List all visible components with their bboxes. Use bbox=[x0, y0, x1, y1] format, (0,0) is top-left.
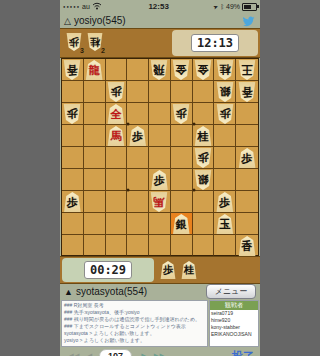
resign-button[interactable]: 投了 bbox=[232, 349, 254, 356]
gote-player-bar: △ yosiyo(545) bbox=[60, 13, 260, 28]
piece-歩-2c[interactable]: 歩 bbox=[216, 104, 234, 124]
move-number: 107 bbox=[99, 349, 132, 356]
carrier-label: au bbox=[82, 3, 90, 10]
square-8b[interactable] bbox=[84, 81, 106, 103]
hand-piece-count: 2 bbox=[101, 47, 105, 54]
gote-hand-pieces: 歩3桂2 bbox=[66, 32, 103, 51]
sente-hand-pieces: 歩桂 bbox=[160, 260, 197, 279]
comment-line: yosiyo > よろしくお願い致します。 bbox=[64, 337, 205, 344]
square-5b[interactable] bbox=[149, 81, 171, 103]
observer-panel: 観戦者 seira0719hime920kony-stabberERIKANOO… bbox=[209, 300, 259, 347]
last-move-button[interactable]: ▶▶ bbox=[154, 352, 165, 356]
observer-name: hime920 bbox=[210, 317, 258, 324]
square-1i[interactable]: 香 bbox=[236, 235, 258, 257]
square-9f[interactable] bbox=[62, 169, 84, 191]
info-row: ### R対局室 長考### 先手:syotasyota、後手:yosiyo##… bbox=[60, 299, 260, 348]
shogi-board: 香龍飛金金桂王歩銀香歩全歩歩馬歩桂歩歩歩銀歩馬歩銀玉香 bbox=[61, 58, 259, 256]
piece-歩-1e[interactable]: 歩 bbox=[238, 148, 256, 168]
gote-komadai: 歩3桂2 12:13 bbox=[60, 28, 260, 58]
square-3i[interactable] bbox=[193, 235, 215, 257]
piece-香-1b[interactable]: 香 bbox=[238, 82, 256, 102]
comment-line: syotasyota > よろしくお願い致します。 bbox=[64, 330, 205, 337]
square-8f[interactable] bbox=[84, 169, 106, 191]
square-2g[interactable]: 歩 bbox=[214, 191, 236, 213]
square-2f[interactable] bbox=[214, 169, 236, 191]
square-2i[interactable] bbox=[214, 235, 236, 257]
square-2c[interactable]: 歩 bbox=[214, 103, 236, 125]
gote-mark: △ bbox=[64, 16, 71, 26]
square-8c[interactable] bbox=[84, 103, 106, 125]
square-9g[interactable]: 歩 bbox=[62, 191, 84, 213]
hoshi-dot bbox=[193, 123, 196, 126]
square-7d[interactable]: 馬 bbox=[106, 125, 128, 147]
piece-歩-2g[interactable]: 歩 bbox=[216, 192, 234, 212]
sente-clock-panel: 00:29 bbox=[62, 258, 154, 282]
location-arrow-icon: ➤ bbox=[212, 2, 219, 10]
square-9e[interactable] bbox=[62, 147, 84, 169]
comment-line: ### 先手:syotasyota、後手:yosiyo bbox=[64, 309, 205, 316]
square-5d[interactable] bbox=[149, 125, 171, 147]
gote-hand-桂[interactable]: 桂2 bbox=[87, 32, 103, 51]
square-3c[interactable] bbox=[193, 103, 215, 125]
piece-歩-4c[interactable]: 歩 bbox=[172, 104, 190, 124]
gote-clock: 12:13 bbox=[191, 34, 239, 52]
hand-piece-glyph: 桂 bbox=[181, 261, 197, 279]
piece-歩-7b[interactable]: 歩 bbox=[107, 82, 125, 102]
piece-馬-5g[interactable]: 馬 bbox=[150, 192, 168, 212]
square-6e[interactable] bbox=[127, 147, 149, 169]
comment-line: ### 残り時間が戻るのは通信渋滞で指し手到達遅れのため。 bbox=[64, 316, 205, 323]
square-7c[interactable]: 全 bbox=[106, 103, 128, 125]
square-1b[interactable]: 香 bbox=[236, 81, 258, 103]
square-7e[interactable] bbox=[106, 147, 128, 169]
square-4a[interactable]: 金 bbox=[171, 59, 193, 81]
piece-歩-3e[interactable]: 歩 bbox=[194, 148, 212, 168]
square-5i[interactable] bbox=[149, 235, 171, 257]
piece-歩-5f[interactable]: 歩 bbox=[150, 170, 168, 190]
square-1f[interactable] bbox=[236, 169, 258, 191]
piece-歩-6d[interactable]: 歩 bbox=[129, 126, 147, 146]
square-9i[interactable] bbox=[62, 235, 84, 257]
observer-name: kony-stabber bbox=[210, 324, 258, 331]
square-8e[interactable] bbox=[84, 147, 106, 169]
next-move-button[interactable]: ▶ bbox=[141, 352, 147, 356]
piece-桂-2a[interactable]: 桂 bbox=[216, 60, 234, 80]
gote-hand-歩[interactable]: 歩3 bbox=[66, 32, 82, 51]
piece-銀-3f[interactable]: 銀 bbox=[194, 170, 212, 190]
observer-header: 観戦者 bbox=[210, 301, 258, 310]
square-8h[interactable] bbox=[84, 213, 106, 235]
hand-piece-count: 3 bbox=[80, 47, 84, 54]
piece-全-7c[interactable]: 全 bbox=[107, 104, 125, 124]
piece-香-9a[interactable]: 香 bbox=[63, 60, 81, 80]
piece-銀-4h[interactable]: 銀 bbox=[172, 214, 190, 234]
square-5h[interactable] bbox=[149, 213, 171, 235]
square-8g[interactable] bbox=[84, 191, 106, 213]
square-7f[interactable] bbox=[106, 169, 128, 191]
square-9c[interactable]: 歩 bbox=[62, 103, 84, 125]
square-6h[interactable] bbox=[127, 213, 149, 235]
square-6i[interactable] bbox=[127, 235, 149, 257]
square-9d[interactable] bbox=[62, 125, 84, 147]
square-6a[interactable] bbox=[127, 59, 149, 81]
square-6f[interactable] bbox=[127, 169, 149, 191]
square-4g[interactable] bbox=[171, 191, 193, 213]
sente-player-name: syotasyota(554) bbox=[76, 286, 147, 297]
battery-percent: 49% bbox=[226, 3, 240, 10]
square-4e[interactable] bbox=[171, 147, 193, 169]
square-2b[interactable]: 銀 bbox=[214, 81, 236, 103]
square-3h[interactable] bbox=[193, 213, 215, 235]
piece-馬-7d[interactable]: 馬 bbox=[107, 126, 125, 146]
square-5c[interactable] bbox=[149, 103, 171, 125]
square-1g[interactable] bbox=[236, 191, 258, 213]
hoshi-dot bbox=[127, 188, 130, 191]
square-4b[interactable] bbox=[171, 81, 193, 103]
square-2h[interactable]: 玉 bbox=[214, 213, 236, 235]
comment-line: ### 下までスクロールするとコメントウィンドウ表示 bbox=[64, 323, 205, 330]
sente-komadai: 00:29 歩桂 bbox=[60, 256, 260, 284]
comment-line: ### R対局室 長考 bbox=[64, 302, 205, 309]
square-3f[interactable]: 銀 bbox=[193, 169, 215, 191]
square-8d[interactable] bbox=[84, 125, 106, 147]
square-8a[interactable]: 龍 bbox=[84, 59, 106, 81]
square-9a[interactable]: 香 bbox=[62, 59, 84, 81]
square-3a[interactable]: 金 bbox=[193, 59, 215, 81]
piece-玉-2h[interactable]: 玉 bbox=[216, 214, 234, 234]
square-3b[interactable] bbox=[193, 81, 215, 103]
sente-mark: ▲ bbox=[64, 287, 73, 297]
status-bar: ●●●●● au 12:53 ➤ ᛒ 49% bbox=[60, 0, 260, 13]
square-3d[interactable]: 桂 bbox=[193, 125, 215, 147]
square-2e[interactable] bbox=[214, 147, 236, 169]
wifi-icon bbox=[92, 2, 102, 11]
comment-window[interactable]: ### R対局室 長考### 先手:syotasyota、後手:yosiyo##… bbox=[61, 300, 208, 347]
square-4d[interactable] bbox=[171, 125, 193, 147]
square-8i[interactable] bbox=[84, 235, 106, 257]
square-7i[interactable] bbox=[106, 235, 128, 257]
piece-龍-8a[interactable]: 龍 bbox=[85, 60, 103, 80]
square-9b[interactable] bbox=[62, 81, 84, 103]
square-1h[interactable] bbox=[236, 213, 258, 235]
gote-player-name: yosiyo(545) bbox=[74, 15, 126, 26]
piece-王-1a[interactable]: 王 bbox=[238, 60, 256, 80]
move-nav-bar: ◀◀ ◀ 107 ▶ ▶▶ 投了 bbox=[60, 348, 260, 356]
square-5a[interactable]: 飛 bbox=[149, 59, 171, 81]
piece-歩-9g[interactable]: 歩 bbox=[63, 192, 81, 212]
square-6g[interactable] bbox=[127, 191, 149, 213]
square-1a[interactable]: 王 bbox=[236, 59, 258, 81]
hoshi-dot bbox=[193, 188, 196, 191]
hoshi-dot bbox=[127, 123, 130, 126]
square-6d[interactable]: 歩 bbox=[127, 125, 149, 147]
square-1d[interactable] bbox=[236, 125, 258, 147]
observer-name: seira0719 bbox=[210, 310, 258, 317]
app-screen: ●●●●● au 12:53 ➤ ᛒ 49% △ yosiyo(545) 歩3桂… bbox=[60, 0, 260, 356]
twitter-icon[interactable] bbox=[241, 14, 256, 27]
piece-金-3a[interactable]: 金 bbox=[194, 60, 212, 80]
piece-香-1i[interactable]: 香 bbox=[238, 236, 256, 256]
square-4h[interactable]: 銀 bbox=[171, 213, 193, 235]
square-5e[interactable] bbox=[149, 147, 171, 169]
square-3e[interactable]: 歩 bbox=[193, 147, 215, 169]
prev-move-button[interactable]: ◀ bbox=[84, 352, 90, 356]
gote-clock-panel: 12:13 bbox=[172, 30, 258, 56]
square-4i[interactable] bbox=[171, 235, 193, 257]
square-7h[interactable] bbox=[106, 213, 128, 235]
piece-歩-9c[interactable]: 歩 bbox=[63, 104, 81, 124]
square-6c[interactable] bbox=[127, 103, 149, 125]
observer-name: ERIKANOOJISAN bbox=[210, 331, 258, 338]
sente-clock: 00:29 bbox=[84, 261, 132, 279]
first-move-button[interactable]: ◀◀ bbox=[66, 352, 77, 356]
sente-hand-桂[interactable]: 桂 bbox=[181, 260, 197, 279]
hand-piece-glyph: 歩 bbox=[160, 261, 176, 279]
signal-strength-icon: ●●●●● bbox=[63, 4, 80, 9]
sente-player-bar: ▲ syotasyota(554) メニュー bbox=[60, 284, 260, 299]
square-6b[interactable] bbox=[127, 81, 149, 103]
piece-銀-2b[interactable]: 銀 bbox=[216, 82, 234, 102]
square-4f[interactable] bbox=[171, 169, 193, 191]
square-2a[interactable]: 桂 bbox=[214, 59, 236, 81]
square-7b[interactable]: 歩 bbox=[106, 81, 128, 103]
piece-飛-5a[interactable]: 飛 bbox=[150, 60, 168, 80]
observer-list: seira0719hime920kony-stabberERIKANOOJISA… bbox=[210, 310, 258, 338]
sente-hand-歩[interactable]: 歩 bbox=[160, 260, 176, 279]
square-4c[interactable]: 歩 bbox=[171, 103, 193, 125]
square-3g[interactable] bbox=[193, 191, 215, 213]
square-7g[interactable] bbox=[106, 191, 128, 213]
square-5f[interactable]: 歩 bbox=[149, 169, 171, 191]
square-2d[interactable] bbox=[214, 125, 236, 147]
bluetooth-icon: ᛒ bbox=[220, 4, 224, 10]
menu-button[interactable]: メニュー bbox=[206, 284, 256, 299]
status-time: 12:53 bbox=[104, 2, 213, 11]
square-5g[interactable]: 馬 bbox=[149, 191, 171, 213]
square-9h[interactable] bbox=[62, 213, 84, 235]
piece-金-4a[interactable]: 金 bbox=[172, 60, 190, 80]
piece-桂-3d[interactable]: 桂 bbox=[194, 126, 212, 146]
square-1c[interactable] bbox=[236, 103, 258, 125]
square-7a[interactable] bbox=[106, 59, 128, 81]
battery-icon bbox=[242, 3, 257, 11]
square-1e[interactable]: 歩 bbox=[236, 147, 258, 169]
